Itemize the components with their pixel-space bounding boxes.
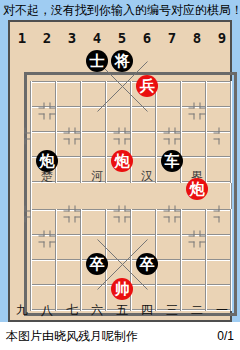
error-message: 对不起，没有找到你输入的编号对应的棋局！ bbox=[3, 2, 239, 18]
piece-red-cannon[interactable]: 炮 bbox=[186, 178, 208, 200]
file-number-bottom: 一 bbox=[216, 302, 228, 319]
file-number-bottom: 三 bbox=[166, 302, 178, 319]
app-window: 对不起，没有找到你输入的编号对应的棋局！ 123456789 楚河汉界 士将兵炮… bbox=[0, 0, 240, 350]
piece-black-chariot[interactable]: 车 bbox=[161, 150, 183, 172]
river-character: 河 bbox=[91, 168, 103, 185]
point-mark bbox=[114, 206, 131, 223]
point-mark bbox=[39, 103, 56, 120]
file-number-bottom: 九 bbox=[16, 302, 28, 319]
point-mark bbox=[114, 128, 131, 145]
point-mark bbox=[164, 206, 181, 223]
file-number-top: 3 bbox=[68, 30, 76, 46]
file-number-top: 7 bbox=[168, 30, 176, 46]
point-mark bbox=[189, 103, 206, 120]
piece-black-general[interactable]: 将 bbox=[111, 50, 133, 72]
file-number-top: 6 bbox=[143, 30, 151, 46]
file-number-top: 8 bbox=[193, 30, 201, 46]
file-number-bottom: 六 bbox=[91, 302, 103, 319]
point-mark bbox=[39, 231, 56, 248]
board-grid-bottom bbox=[30, 209, 232, 311]
point-mark bbox=[64, 206, 81, 223]
point-mark bbox=[14, 128, 31, 145]
file-number-top: 2 bbox=[43, 30, 51, 46]
piece-black-advisor[interactable]: 士 bbox=[86, 50, 108, 72]
piece-black-soldier[interactable]: 卒 bbox=[136, 253, 158, 275]
file-number-bottom: 五 bbox=[116, 302, 128, 319]
point-mark bbox=[64, 128, 81, 145]
point-mark bbox=[14, 206, 31, 223]
piece-red-soldier[interactable]: 兵 bbox=[136, 75, 158, 97]
piece-black-soldier[interactable]: 卒 bbox=[86, 253, 108, 275]
file-number-bottom: 七 bbox=[66, 302, 78, 319]
piece-black-cannon[interactable]: 炮 bbox=[36, 150, 58, 172]
river-character: 汉 bbox=[141, 168, 153, 185]
point-mark bbox=[189, 231, 206, 248]
point-mark bbox=[214, 206, 231, 223]
file-number-top: 1 bbox=[18, 30, 26, 46]
file-number-top: 4 bbox=[93, 30, 101, 46]
piece-red-cannon[interactable]: 炮 bbox=[111, 150, 133, 172]
piece-red-general[interactable]: 帅 bbox=[111, 278, 133, 300]
xiangqi-board[interactable]: 123456789 楚河汉界 士将兵炮炮车炮卒卒帅 九八七六五四三二一 bbox=[8, 20, 232, 322]
file-number-bottom: 八 bbox=[41, 302, 53, 319]
credit-text: 本图片由晓风残月呢制作 bbox=[6, 328, 138, 345]
file-number-top: 5 bbox=[118, 30, 126, 46]
page-counter: 0/1 bbox=[217, 329, 234, 343]
footer-bar: 本图片由晓风残月呢制作 0/1 bbox=[0, 322, 240, 350]
file-number-bottom: 四 bbox=[141, 302, 153, 319]
file-number-top: 9 bbox=[218, 30, 226, 46]
point-mark bbox=[214, 128, 231, 145]
point-mark bbox=[164, 128, 181, 145]
file-number-bottom: 二 bbox=[191, 302, 203, 319]
